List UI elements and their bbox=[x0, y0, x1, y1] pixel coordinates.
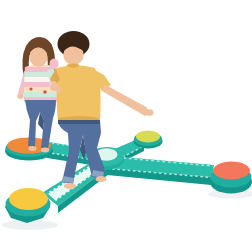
boy-right-hand bbox=[146, 109, 154, 115]
girl-left-hand bbox=[17, 93, 23, 99]
shirt-red-dot bbox=[43, 90, 47, 94]
girl-sleeve-behind-boy bbox=[50, 59, 59, 70]
boy-rear-foot bbox=[95, 176, 106, 182]
yellow-pad bbox=[9, 188, 48, 210]
shirt-red-dot bbox=[29, 87, 32, 90]
boy-jeans-waist bbox=[58, 120, 100, 124]
girl-right-hand bbox=[50, 84, 58, 91]
coral-pad bbox=[213, 162, 250, 180]
shirt-stripe bbox=[18, 92, 60, 97]
girl bbox=[17, 37, 60, 152]
product-photo bbox=[0, 0, 252, 252]
lime-pad bbox=[136, 131, 160, 143]
girl-left-foot bbox=[29, 146, 37, 151]
girl-right-foot bbox=[41, 148, 49, 153]
balance-beam-scene bbox=[0, 0, 252, 252]
boy-front-foot bbox=[64, 183, 76, 189]
boy-right-arm bbox=[102, 84, 151, 116]
boy-shirt bbox=[54, 65, 101, 122]
